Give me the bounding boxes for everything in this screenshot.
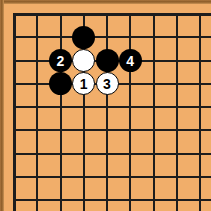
stone-black[interactable] (72, 26, 95, 49)
stone-black-move-4[interactable]: 4 (119, 49, 142, 72)
stone-black[interactable] (96, 49, 119, 72)
stones-layer: 2413 (0, 0, 211, 211)
stone-black[interactable] (49, 72, 72, 95)
stone-white-move-1[interactable]: 1 (72, 72, 95, 95)
stone-white[interactable] (72, 49, 95, 72)
go-board[interactable]: 2413 (0, 0, 211, 211)
stone-black-move-2[interactable]: 2 (49, 49, 72, 72)
board-frame-top (0, 0, 211, 4)
stone-white-move-3[interactable]: 3 (96, 72, 119, 95)
board-frame-left (0, 0, 4, 211)
